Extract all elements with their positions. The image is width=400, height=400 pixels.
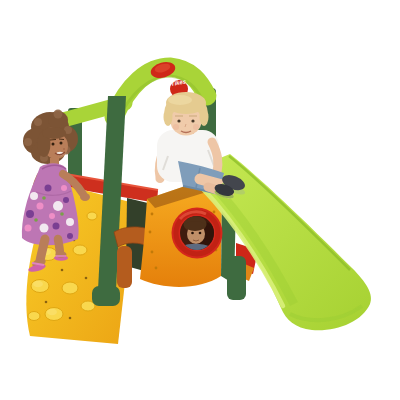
product-photo: Little Tikes: [0, 0, 400, 400]
porthole-window: [172, 208, 223, 259]
boy-on-slide: [156, 92, 250, 200]
playset-illustration: Little Tikes: [0, 0, 400, 400]
